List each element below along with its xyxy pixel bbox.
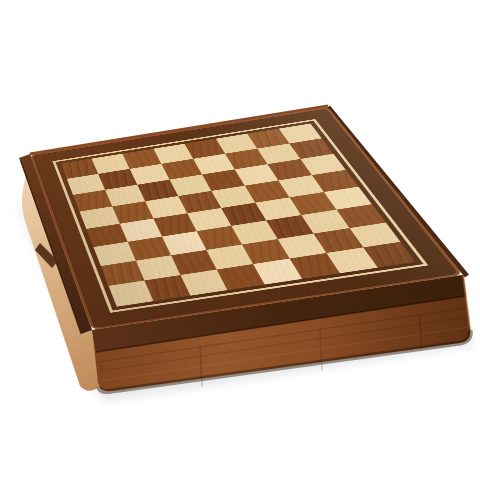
chess-box-photo	[0, 0, 480, 480]
board-grid	[61, 124, 416, 307]
